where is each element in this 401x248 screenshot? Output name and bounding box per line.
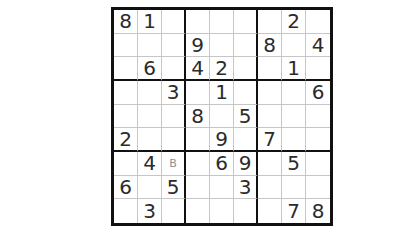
cell-r7c3[interactable]: B: [162, 152, 186, 176]
cell-r8c8[interactable]: [282, 176, 306, 200]
cell-r8c6: 3: [234, 176, 258, 200]
cell-r4c2[interactable]: [138, 81, 162, 105]
cell-r2c6[interactable]: [234, 34, 258, 58]
cell-r9c1[interactable]: [114, 199, 138, 223]
sudoku-page: 8129846421316852974B695653378: [0, 0, 401, 248]
cell-r1c1: 8: [114, 10, 138, 34]
cell-r3c7[interactable]: [258, 57, 282, 81]
cell-r5c5[interactable]: [210, 105, 234, 129]
cell-r7c7[interactable]: [258, 152, 282, 176]
cell-r6c6[interactable]: [234, 128, 258, 152]
cell-r7c5: 6: [210, 152, 234, 176]
cell-r2c2[interactable]: [138, 34, 162, 58]
cell-r6c1: 2: [114, 128, 138, 152]
cell-r7c4[interactable]: [186, 152, 210, 176]
cell-r8c4[interactable]: [186, 176, 210, 200]
cell-r5c3[interactable]: [162, 105, 186, 129]
cell-r8c2[interactable]: [138, 176, 162, 200]
cell-r4c4[interactable]: [186, 81, 210, 105]
cell-r1c7[interactable]: [258, 10, 282, 34]
cell-r4c8[interactable]: [282, 81, 306, 105]
cell-r4c6[interactable]: [234, 81, 258, 105]
cell-r6c5: 9: [210, 128, 234, 152]
cell-r9c9: 8: [306, 199, 330, 223]
cell-r3c3[interactable]: [162, 57, 186, 81]
cell-r3c5: 2: [210, 57, 234, 81]
cell-r5c6: 5: [234, 105, 258, 129]
cell-r9c4[interactable]: [186, 199, 210, 223]
cell-r6c4[interactable]: [186, 128, 210, 152]
cell-r1c8: 2: [282, 10, 306, 34]
cell-r6c2[interactable]: [138, 128, 162, 152]
cell-r1c5[interactable]: [210, 10, 234, 34]
cell-r2c9: 4: [306, 34, 330, 58]
cell-r3c8: 1: [282, 57, 306, 81]
cell-r4c9: 6: [306, 81, 330, 105]
cell-r7c6: 9: [234, 152, 258, 176]
cell-r8c9[interactable]: [306, 176, 330, 200]
cell-r9c6[interactable]: [234, 199, 258, 223]
cell-r6c8[interactable]: [282, 128, 306, 152]
cell-annotation: B: [169, 158, 177, 169]
cell-r6c3[interactable]: [162, 128, 186, 152]
cell-r3c2: 6: [138, 57, 162, 81]
cell-r4c7[interactable]: [258, 81, 282, 105]
cell-r1c2: 1: [138, 10, 162, 34]
cell-r5c9[interactable]: [306, 105, 330, 129]
cell-r8c5[interactable]: [210, 176, 234, 200]
cell-r1c3[interactable]: [162, 10, 186, 34]
cell-r9c7[interactable]: [258, 199, 282, 223]
cell-r2c5[interactable]: [210, 34, 234, 58]
cell-r7c9[interactable]: [306, 152, 330, 176]
cell-r8c3: 5: [162, 176, 186, 200]
cell-r5c1[interactable]: [114, 105, 138, 129]
cell-r2c4: 9: [186, 34, 210, 58]
cell-r1c4[interactable]: [186, 10, 210, 34]
cell-r5c4: 8: [186, 105, 210, 129]
cell-r9c2: 3: [138, 199, 162, 223]
cell-r2c3[interactable]: [162, 34, 186, 58]
cell-r5c2[interactable]: [138, 105, 162, 129]
cell-r2c7: 8: [258, 34, 282, 58]
cell-r2c1[interactable]: [114, 34, 138, 58]
cell-r1c9[interactable]: [306, 10, 330, 34]
cell-r9c5[interactable]: [210, 199, 234, 223]
cell-r3c9[interactable]: [306, 57, 330, 81]
cell-r5c8[interactable]: [282, 105, 306, 129]
cell-r4c5: 1: [210, 81, 234, 105]
cell-r6c7: 7: [258, 128, 282, 152]
cell-r9c3[interactable]: [162, 199, 186, 223]
cell-r2c8[interactable]: [282, 34, 306, 58]
cell-r7c2: 4: [138, 152, 162, 176]
cell-r7c8: 5: [282, 152, 306, 176]
cell-r5c7[interactable]: [258, 105, 282, 129]
cell-r1c6[interactable]: [234, 10, 258, 34]
cell-r4c3: 3: [162, 81, 186, 105]
cell-r3c6[interactable]: [234, 57, 258, 81]
sudoku-board: 8129846421316852974B695653378: [111, 7, 333, 226]
cell-r8c1: 6: [114, 176, 138, 200]
cell-r7c1[interactable]: [114, 152, 138, 176]
cell-r3c1[interactable]: [114, 57, 138, 81]
cell-r8c7[interactable]: [258, 176, 282, 200]
cell-r9c8: 7: [282, 199, 306, 223]
cell-r3c4: 4: [186, 57, 210, 81]
cell-r6c9[interactable]: [306, 128, 330, 152]
cell-r4c1[interactable]: [114, 81, 138, 105]
